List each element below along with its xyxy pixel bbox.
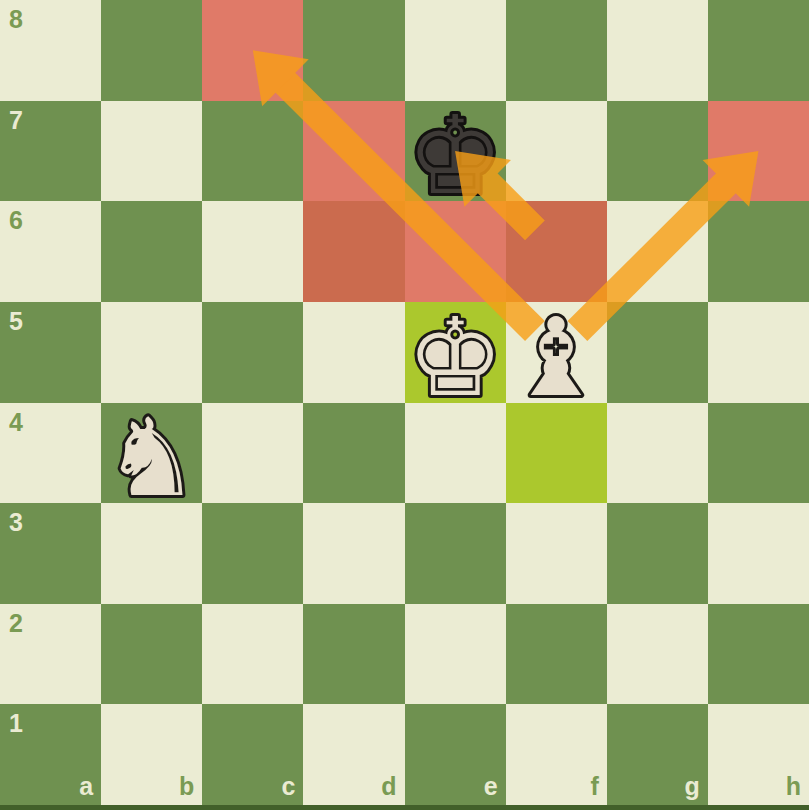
file-label-c: c <box>281 774 295 799</box>
square-h2[interactable] <box>708 604 809 705</box>
rank-label-3: 3 <box>9 510 23 535</box>
square-c6[interactable] <box>202 201 303 302</box>
square-d6[interactable] <box>303 201 404 302</box>
square-e1[interactable]: e <box>405 704 506 805</box>
square-b6[interactable] <box>101 201 202 302</box>
square-a2[interactable]: 2 <box>0 604 101 705</box>
square-a5[interactable]: 5 <box>0 302 101 403</box>
square-d8[interactable] <box>303 0 404 101</box>
rank-label-5: 5 <box>9 309 23 334</box>
square-e4[interactable] <box>405 403 506 504</box>
square-a3[interactable]: 3 <box>0 503 101 604</box>
square-h7[interactable] <box>708 101 809 202</box>
square-g6[interactable] <box>607 201 708 302</box>
square-h4[interactable] <box>708 403 809 504</box>
square-c3[interactable] <box>202 503 303 604</box>
square-f2[interactable] <box>506 604 607 705</box>
square-h3[interactable] <box>708 503 809 604</box>
square-c5[interactable] <box>202 302 303 403</box>
square-f7[interactable] <box>506 101 607 202</box>
square-c7[interactable] <box>202 101 303 202</box>
square-b5[interactable] <box>101 302 202 403</box>
square-c8[interactable] <box>202 0 303 101</box>
rank-label-8: 8 <box>9 7 23 32</box>
square-f4[interactable] <box>506 403 607 504</box>
rank-label-4: 4 <box>9 410 23 435</box>
square-g4[interactable] <box>607 403 708 504</box>
square-e3[interactable] <box>405 503 506 604</box>
rank-label-6: 6 <box>9 208 23 233</box>
square-b8[interactable] <box>101 0 202 101</box>
square-a8[interactable]: 8 <box>0 0 101 101</box>
file-label-f: f <box>590 774 598 799</box>
square-a6[interactable]: 6 <box>0 201 101 302</box>
square-c1[interactable]: c <box>202 704 303 805</box>
square-b7[interactable] <box>101 101 202 202</box>
square-d3[interactable] <box>303 503 404 604</box>
square-e5[interactable] <box>405 302 506 403</box>
square-a7[interactable]: 7 <box>0 101 101 202</box>
square-g2[interactable] <box>607 604 708 705</box>
square-d5[interactable] <box>303 302 404 403</box>
chess-board-app: 87654321abcdefgh ♚♚♝♞ <box>0 0 809 810</box>
square-g7[interactable] <box>607 101 708 202</box>
square-c4[interactable] <box>202 403 303 504</box>
square-e7[interactable] <box>405 101 506 202</box>
square-h6[interactable] <box>708 201 809 302</box>
square-g8[interactable] <box>607 0 708 101</box>
rank-label-2: 2 <box>9 611 23 636</box>
square-a1[interactable]: 1a <box>0 704 101 805</box>
square-h1[interactable]: h <box>708 704 809 805</box>
square-f6[interactable] <box>506 201 607 302</box>
square-d7[interactable] <box>303 101 404 202</box>
square-g3[interactable] <box>607 503 708 604</box>
file-label-e: e <box>484 774 498 799</box>
square-b3[interactable] <box>101 503 202 604</box>
square-g5[interactable] <box>607 302 708 403</box>
rank-label-1: 1 <box>9 711 23 736</box>
square-d4[interactable] <box>303 403 404 504</box>
square-d2[interactable] <box>303 604 404 705</box>
square-f8[interactable] <box>506 0 607 101</box>
square-h5[interactable] <box>708 302 809 403</box>
square-a4[interactable]: 4 <box>0 403 101 504</box>
square-e6[interactable] <box>405 201 506 302</box>
square-b4[interactable] <box>101 403 202 504</box>
square-b1[interactable]: b <box>101 704 202 805</box>
square-e2[interactable] <box>405 604 506 705</box>
square-g1[interactable]: g <box>607 704 708 805</box>
file-label-g: g <box>685 774 700 799</box>
square-e8[interactable] <box>405 0 506 101</box>
file-label-a: a <box>79 774 93 799</box>
file-label-d: d <box>381 774 396 799</box>
rank-label-7: 7 <box>9 108 23 133</box>
square-b2[interactable] <box>101 604 202 705</box>
square-f3[interactable] <box>506 503 607 604</box>
file-label-b: b <box>179 774 194 799</box>
square-f1[interactable]: f <box>506 704 607 805</box>
square-c2[interactable] <box>202 604 303 705</box>
square-h8[interactable] <box>708 0 809 101</box>
board-bottom-edge <box>0 805 809 810</box>
square-f5[interactable] <box>506 302 607 403</box>
square-d1[interactable]: d <box>303 704 404 805</box>
chess-board: 87654321abcdefgh <box>0 0 809 805</box>
file-label-h: h <box>786 774 801 799</box>
